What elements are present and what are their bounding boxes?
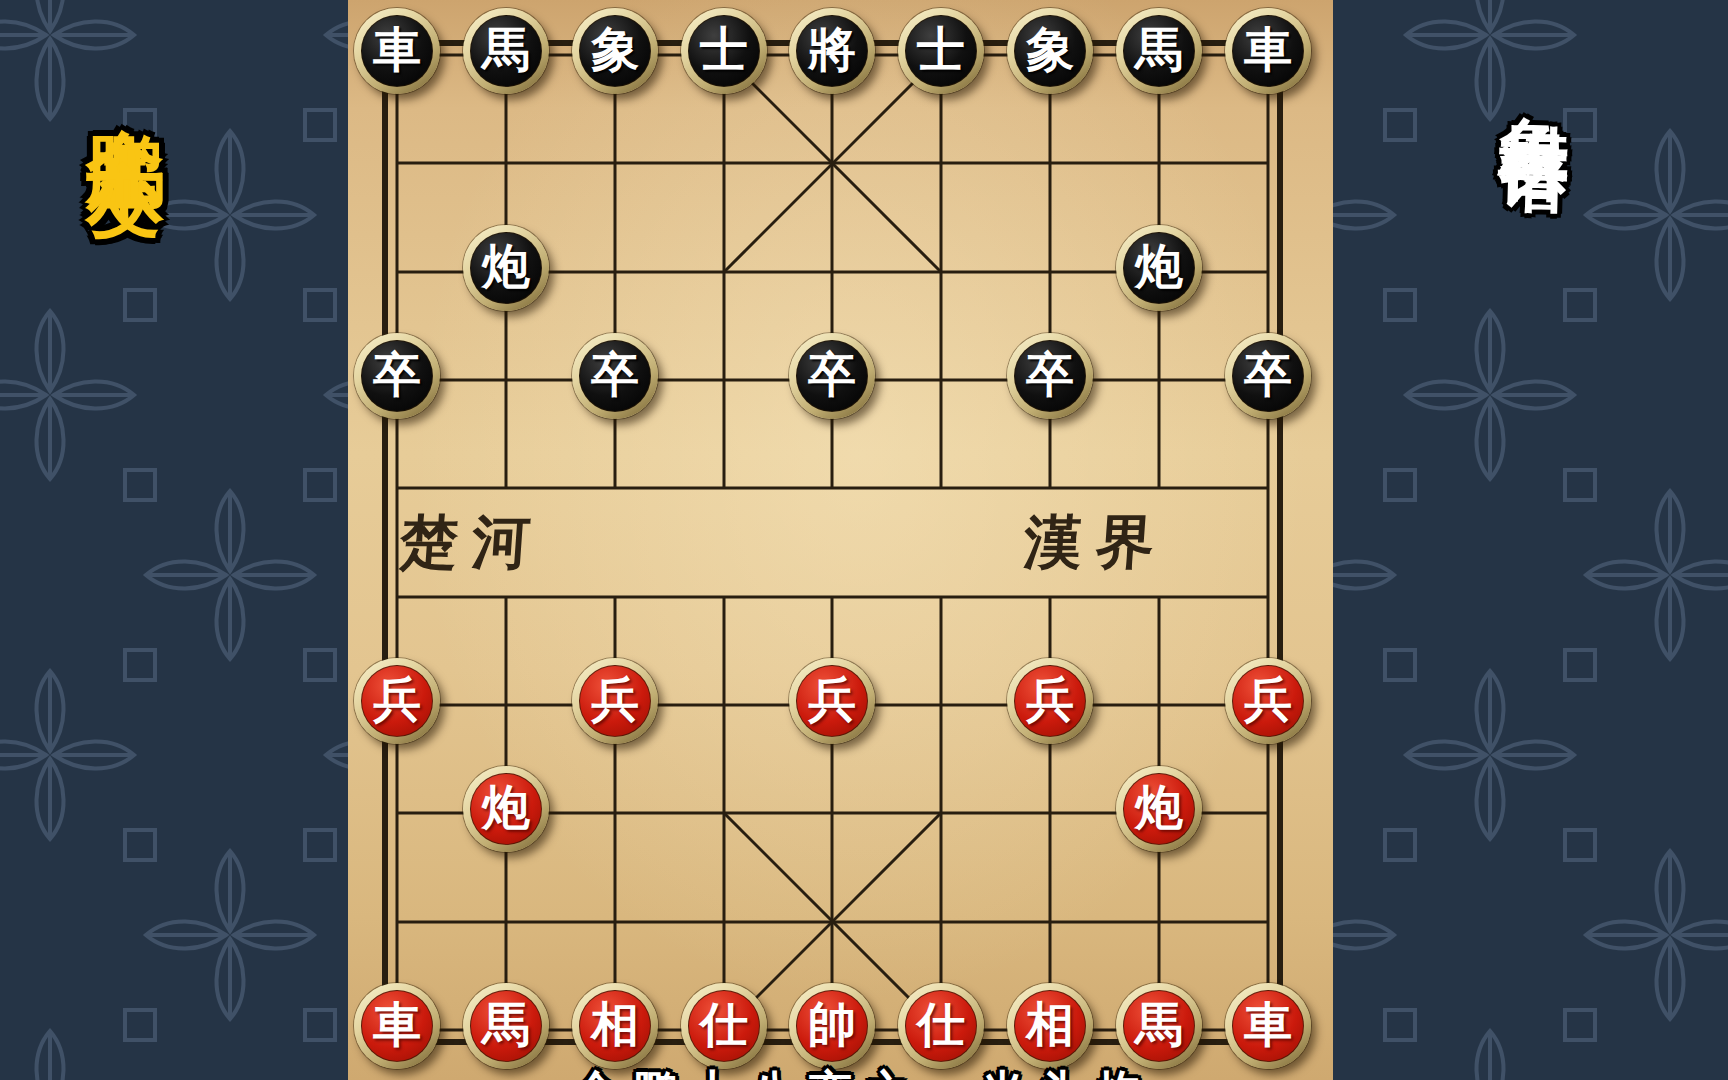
piece-glyph: 仕 (917, 1000, 965, 1048)
piece-glyph: 相 (591, 1000, 639, 1048)
right-panel-title: 象棋古谱 (1498, 59, 1585, 93)
piece-red-horse[interactable]: 馬 (463, 983, 549, 1069)
piece-disc: 象 (579, 15, 651, 87)
piece-disc: 仕 (905, 990, 977, 1062)
piece-glyph: 卒 (591, 350, 639, 398)
piece-glyph: 將 (808, 25, 856, 73)
piece-disc: 士 (905, 15, 977, 87)
piece-disc: 仕 (688, 990, 760, 1062)
piece-disc: 相 (1014, 990, 1086, 1062)
piece-glyph: 兵 (1026, 675, 1074, 723)
piece-glyph: 馬 (482, 25, 530, 73)
piece-black-soldier[interactable]: 卒 (1007, 333, 1093, 419)
piece-disc: 炮 (470, 232, 542, 304)
left-panel-title: 金鹏十八变 (82, 66, 178, 101)
piece-black-elephant[interactable]: 象 (1007, 8, 1093, 94)
piece-glyph: 馬 (1135, 25, 1183, 73)
piece-disc: 卒 (361, 340, 433, 412)
piece-red-soldier[interactable]: 兵 (1007, 658, 1093, 744)
piece-disc: 兵 (361, 665, 433, 737)
piece-disc: 車 (1232, 990, 1304, 1062)
piece-disc: 帥 (796, 990, 868, 1062)
piece-black-soldier[interactable]: 卒 (789, 333, 875, 419)
piece-red-elephant[interactable]: 相 (1007, 983, 1093, 1069)
piece-red-cannon[interactable]: 炮 (1116, 766, 1202, 852)
piece-glyph: 兵 (591, 675, 639, 723)
piece-glyph: 馬 (1135, 1000, 1183, 1048)
piece-glyph: 相 (1026, 1000, 1074, 1048)
piece-disc: 車 (361, 990, 433, 1062)
piece-disc: 兵 (796, 665, 868, 737)
piece-red-chariot[interactable]: 車 (354, 983, 440, 1069)
piece-glyph: 馬 (482, 1000, 530, 1048)
river-label-chu: 楚河 (397, 504, 546, 582)
piece-black-elephant[interactable]: 象 (572, 8, 658, 94)
piece-disc: 兵 (579, 665, 651, 737)
piece-black-advisor[interactable]: 士 (681, 8, 767, 94)
piece-red-advisor[interactable]: 仕 (898, 983, 984, 1069)
piece-disc: 將 (796, 15, 868, 87)
piece-glyph: 車 (373, 25, 421, 73)
piece-glyph: 仕 (700, 1000, 748, 1048)
piece-red-soldier[interactable]: 兵 (572, 658, 658, 744)
piece-red-elephant[interactable]: 相 (572, 983, 658, 1069)
piece-black-soldier[interactable]: 卒 (572, 333, 658, 419)
piece-disc: 馬 (470, 15, 542, 87)
piece-black-soldier[interactable]: 卒 (354, 333, 440, 419)
piece-disc: 卒 (796, 340, 868, 412)
piece-disc: 兵 (1014, 665, 1086, 737)
piece-glyph: 兵 (373, 675, 421, 723)
piece-disc: 卒 (1014, 340, 1086, 412)
piece-black-horse[interactable]: 馬 (463, 8, 549, 94)
piece-disc: 車 (1232, 15, 1304, 87)
piece-disc: 馬 (470, 990, 542, 1062)
piece-black-chariot[interactable]: 車 (1225, 8, 1311, 94)
piece-black-cannon[interactable]: 炮 (463, 225, 549, 311)
piece-glyph: 炮 (1135, 783, 1183, 831)
piece-disc: 士 (688, 15, 760, 87)
piece-glyph: 車 (1244, 25, 1292, 73)
piece-glyph: 卒 (808, 350, 856, 398)
piece-glyph: 卒 (373, 350, 421, 398)
piece-glyph: 卒 (1026, 350, 1074, 398)
piece-glyph: 炮 (482, 783, 530, 831)
piece-glyph: 炮 (482, 242, 530, 290)
piece-red-soldier[interactable]: 兵 (1225, 658, 1311, 744)
piece-disc: 相 (579, 990, 651, 1062)
piece-black-advisor[interactable]: 士 (898, 8, 984, 94)
piece-red-cannon[interactable]: 炮 (463, 766, 549, 852)
piece-glyph: 車 (1244, 1000, 1292, 1048)
piece-glyph: 兵 (1244, 675, 1292, 723)
piece-red-advisor[interactable]: 仕 (681, 983, 767, 1069)
river-label-han: 漢界 (1021, 504, 1170, 582)
piece-black-general[interactable]: 將 (789, 8, 875, 94)
piece-glyph: 象 (591, 25, 639, 73)
piece-glyph: 士 (700, 25, 748, 73)
piece-glyph: 士 (917, 25, 965, 73)
piece-disc: 炮 (470, 773, 542, 845)
piece-disc: 車 (361, 15, 433, 87)
piece-disc: 馬 (1123, 990, 1195, 1062)
piece-black-cannon[interactable]: 炮 (1116, 225, 1202, 311)
piece-disc: 卒 (1232, 340, 1304, 412)
piece-glyph: 卒 (1244, 350, 1292, 398)
piece-black-soldier[interactable]: 卒 (1225, 333, 1311, 419)
piece-red-chariot[interactable]: 車 (1225, 983, 1311, 1069)
piece-disc: 炮 (1123, 773, 1195, 845)
piece-black-chariot[interactable]: 車 (354, 8, 440, 94)
piece-red-general[interactable]: 帥 (789, 983, 875, 1069)
bottom-caption-partial: 金鹏十八变之一当头炮 (574, 1062, 1154, 1080)
piece-glyph: 象 (1026, 25, 1074, 73)
piece-disc: 馬 (1123, 15, 1195, 87)
piece-disc: 卒 (579, 340, 651, 412)
piece-disc: 象 (1014, 15, 1086, 87)
piece-red-horse[interactable]: 馬 (1116, 983, 1202, 1069)
piece-glyph: 車 (373, 1000, 421, 1048)
piece-glyph: 帥 (808, 1000, 856, 1048)
piece-red-soldier[interactable]: 兵 (789, 658, 875, 744)
piece-glyph: 炮 (1135, 242, 1183, 290)
piece-disc: 炮 (1123, 232, 1195, 304)
piece-disc: 兵 (1232, 665, 1304, 737)
piece-black-horse[interactable]: 馬 (1116, 8, 1202, 94)
piece-glyph: 兵 (808, 675, 856, 723)
xiangqi-board[interactable]: 楚河 漢界 車馬象士將士象馬車炮炮卒卒卒卒卒兵兵兵兵兵炮炮車馬相仕帥仕相馬車 (348, 0, 1333, 1080)
piece-red-soldier[interactable]: 兵 (354, 658, 440, 744)
